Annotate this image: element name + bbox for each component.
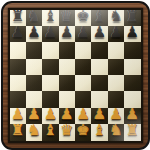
square-c1[interactable]: ♝ xyxy=(42,124,58,140)
square-b5[interactable] xyxy=(26,59,42,75)
piece-black-rook[interactable]: ♜ xyxy=(11,9,24,24)
piece-black-bishop[interactable]: ♝ xyxy=(93,9,106,24)
piece-black-pawn[interactable]: ♟ xyxy=(126,25,139,40)
piece-black-pawn[interactable]: ♟ xyxy=(27,25,40,40)
piece-black-bishop[interactable]: ♝ xyxy=(44,9,57,24)
piece-black-king[interactable]: ♚ xyxy=(76,9,89,24)
piece-white-pawn[interactable]: ♟ xyxy=(109,107,122,122)
piece-white-queen[interactable]: ♛ xyxy=(60,123,73,138)
piece-white-rook[interactable]: ♜ xyxy=(11,123,24,138)
square-g5[interactable] xyxy=(108,59,124,75)
square-f6[interactable] xyxy=(91,42,107,58)
chess-board: ♜♞♝♛♚♝♞♜♟♟♟♟♟♟♟♟♟♟♟♟♟♟♟♟♜♞♝♛♚♝♞♜ xyxy=(10,10,141,141)
square-g1[interactable]: ♞ xyxy=(108,124,124,140)
piece-white-bishop[interactable]: ♝ xyxy=(93,123,106,138)
square-h7[interactable]: ♟ xyxy=(124,26,140,42)
piece-black-pawn[interactable]: ♟ xyxy=(76,25,89,40)
square-h1[interactable]: ♜ xyxy=(124,124,140,140)
square-f7[interactable]: ♟ xyxy=(91,26,107,42)
square-c6[interactable] xyxy=(42,42,58,58)
piece-black-pawn[interactable]: ♟ xyxy=(44,25,57,40)
piece-white-pawn[interactable]: ♟ xyxy=(126,107,139,122)
square-b1[interactable]: ♞ xyxy=(26,124,42,140)
square-h6[interactable] xyxy=(124,42,140,58)
square-a7[interactable]: ♟ xyxy=(10,26,26,42)
piece-white-knight[interactable]: ♞ xyxy=(27,123,40,138)
piece-black-rook[interactable]: ♜ xyxy=(126,9,139,24)
piece-white-knight[interactable]: ♞ xyxy=(109,123,122,138)
piece-white-pawn[interactable]: ♟ xyxy=(27,107,40,122)
piece-white-bishop[interactable]: ♝ xyxy=(44,123,57,138)
square-e4[interactable] xyxy=(75,75,91,91)
square-h4[interactable] xyxy=(124,75,140,91)
square-e1[interactable]: ♚ xyxy=(75,124,91,140)
square-f4[interactable] xyxy=(91,75,107,91)
square-d1[interactable]: ♛ xyxy=(59,124,75,140)
square-f1[interactable]: ♝ xyxy=(91,124,107,140)
piece-black-queen[interactable]: ♛ xyxy=(60,9,73,24)
piece-black-pawn[interactable]: ♟ xyxy=(109,25,122,40)
square-a5[interactable] xyxy=(10,59,26,75)
square-g4[interactable] xyxy=(108,75,124,91)
square-c4[interactable] xyxy=(42,75,58,91)
square-d6[interactable] xyxy=(59,42,75,58)
square-h5[interactable] xyxy=(124,59,140,75)
piece-white-rook[interactable]: ♜ xyxy=(126,123,139,138)
square-e7[interactable]: ♟ xyxy=(75,26,91,42)
piece-black-pawn[interactable]: ♟ xyxy=(11,25,24,40)
square-a6[interactable] xyxy=(10,42,26,58)
piece-black-knight[interactable]: ♞ xyxy=(27,9,40,24)
square-b7[interactable]: ♟ xyxy=(26,26,42,42)
square-c7[interactable]: ♟ xyxy=(42,26,58,42)
square-e6[interactable] xyxy=(75,42,91,58)
piece-white-pawn[interactable]: ♟ xyxy=(76,107,89,122)
square-d4[interactable] xyxy=(59,75,75,91)
square-d5[interactable] xyxy=(59,59,75,75)
piece-white-pawn[interactable]: ♟ xyxy=(93,107,106,122)
square-g6[interactable] xyxy=(108,42,124,58)
square-a4[interactable] xyxy=(10,75,26,91)
piece-black-knight[interactable]: ♞ xyxy=(109,9,122,24)
piece-black-pawn[interactable]: ♟ xyxy=(60,25,73,40)
piece-white-king[interactable]: ♚ xyxy=(76,123,89,138)
piece-black-pawn[interactable]: ♟ xyxy=(93,25,106,40)
square-b6[interactable] xyxy=(26,42,42,58)
square-g7[interactable]: ♟ xyxy=(108,26,124,42)
square-c5[interactable] xyxy=(42,59,58,75)
piece-white-pawn[interactable]: ♟ xyxy=(11,107,24,122)
square-e5[interactable] xyxy=(75,59,91,75)
square-f5[interactable] xyxy=(91,59,107,75)
piece-white-pawn[interactable]: ♟ xyxy=(60,107,73,122)
piece-white-pawn[interactable]: ♟ xyxy=(44,107,57,122)
square-b4[interactable] xyxy=(26,75,42,91)
square-d7[interactable]: ♟ xyxy=(59,26,75,42)
square-a1[interactable]: ♜ xyxy=(10,124,26,140)
